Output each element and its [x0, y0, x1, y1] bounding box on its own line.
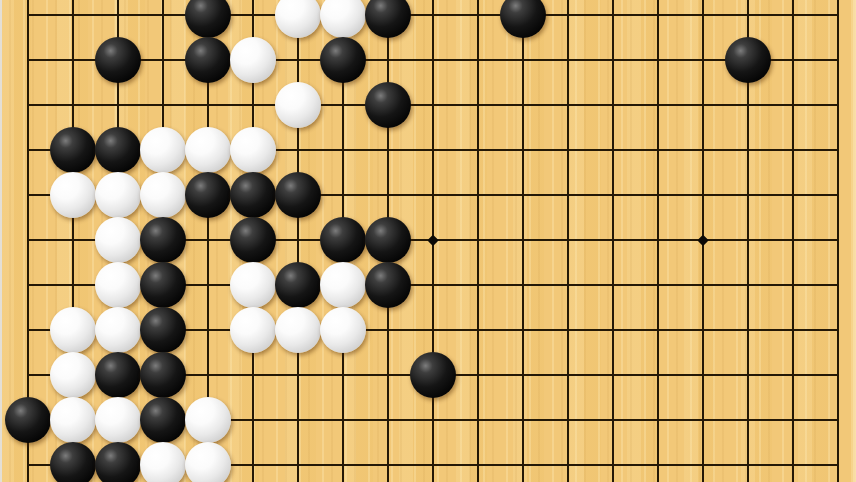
- stone-white: [50, 307, 96, 353]
- stone-black: [95, 442, 141, 482]
- stone-black: [365, 262, 411, 308]
- stone-black: [140, 397, 186, 443]
- stone-black: [5, 397, 51, 443]
- grid-line-vertical: [477, 0, 479, 482]
- stone-black: [365, 217, 411, 263]
- stone-black: [95, 127, 141, 173]
- stone-white: [95, 172, 141, 218]
- star-point: [428, 235, 439, 246]
- stone-white: [50, 397, 96, 443]
- stone-white: [275, 82, 321, 128]
- grid-line-vertical: [792, 0, 794, 482]
- star-point: [698, 235, 709, 246]
- stone-black: [185, 0, 231, 38]
- stone-black: [725, 37, 771, 83]
- stone-white: [230, 37, 276, 83]
- stone-white: [230, 262, 276, 308]
- stone-white: [320, 0, 366, 38]
- go-board[interactable]: [0, 0, 856, 482]
- stone-white: [95, 262, 141, 308]
- stone-black: [140, 262, 186, 308]
- grid-line-horizontal: [27, 14, 839, 16]
- grid-line-horizontal: [27, 59, 839, 61]
- stone-white: [230, 307, 276, 353]
- stone-black: [185, 37, 231, 83]
- stone-white: [275, 0, 321, 38]
- stone-black: [50, 442, 96, 482]
- stone-white: [140, 172, 186, 218]
- stone-black: [275, 172, 321, 218]
- stone-white: [275, 307, 321, 353]
- grid-line-horizontal: [27, 104, 839, 106]
- stone-black: [365, 82, 411, 128]
- stone-white: [50, 172, 96, 218]
- stone-black: [50, 127, 96, 173]
- stone-white: [95, 217, 141, 263]
- stone-black: [410, 352, 456, 398]
- stone-black: [140, 307, 186, 353]
- stone-black: [320, 37, 366, 83]
- grid-line-vertical: [522, 0, 524, 482]
- stone-white: [95, 307, 141, 353]
- grid-line-vertical: [657, 0, 659, 482]
- grid-line-vertical: [612, 0, 614, 482]
- stone-black: [365, 0, 411, 38]
- stone-black: [140, 352, 186, 398]
- grid-line-vertical: [567, 0, 569, 482]
- grid-line-vertical: [297, 0, 299, 482]
- stone-white: [185, 127, 231, 173]
- stone-white: [320, 262, 366, 308]
- stone-white: [140, 127, 186, 173]
- stone-white: [185, 397, 231, 443]
- stone-black: [185, 172, 231, 218]
- stone-black: [230, 172, 276, 218]
- stone-black: [95, 352, 141, 398]
- stone-white: [140, 442, 186, 482]
- stone-white: [50, 352, 96, 398]
- stone-black: [140, 217, 186, 263]
- stone-black: [320, 217, 366, 263]
- stone-black: [230, 217, 276, 263]
- board-left-edge-highlight: [0, 0, 2, 482]
- stone-black: [500, 0, 546, 38]
- stone-white: [320, 307, 366, 353]
- grid-line-vertical: [837, 0, 839, 482]
- stone-white: [185, 442, 231, 482]
- stone-white: [95, 397, 141, 443]
- stone-black: [275, 262, 321, 308]
- stone-white: [230, 127, 276, 173]
- stone-black: [95, 37, 141, 83]
